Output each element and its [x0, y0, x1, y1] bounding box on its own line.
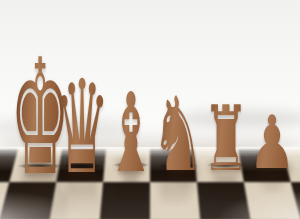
chess-set-photo: ♚ ♚ ♛ ♛ ♝ ♝ ♞ ♞ ♜ ♜ ♟ ♟	[0, 0, 300, 219]
pawn-glyph: ♟	[197, 107, 300, 181]
